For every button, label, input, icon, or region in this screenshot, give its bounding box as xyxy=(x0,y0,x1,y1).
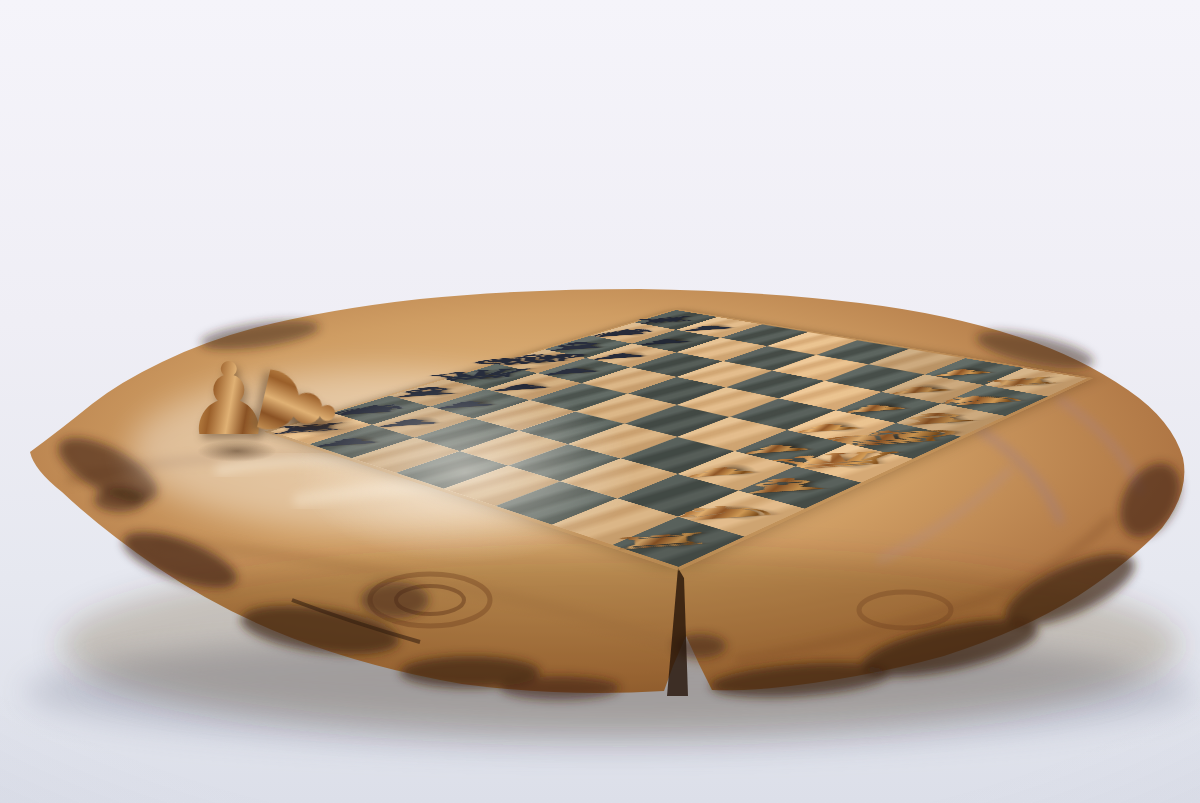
piece-white-pawn[interactable]: ♟ xyxy=(876,383,963,396)
piece-white-pawn[interactable]: ♟ xyxy=(919,366,1004,378)
photo-scene: ♜♟♟♜♞♟♟♞♝♟♟♝♚♟♟♚♛♟♟♛♝♟♟♝♞♟♞♜♟♜ ♟ ♟ xyxy=(0,0,1200,803)
piece-white-rook[interactable]: ♜ xyxy=(596,529,727,553)
square-d5[interactable] xyxy=(575,394,677,424)
